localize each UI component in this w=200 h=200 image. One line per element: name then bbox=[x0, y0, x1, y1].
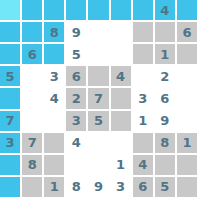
cell-r8c8[interactable] bbox=[177, 177, 197, 197]
cell-r6c8[interactable]: 1 bbox=[177, 133, 197, 153]
cell-r8c3[interactable]: 8 bbox=[66, 177, 86, 197]
cell-r0c6[interactable] bbox=[133, 0, 153, 20]
cell-r5c0[interactable]: 7 bbox=[0, 111, 20, 131]
cell-r3c4[interactable] bbox=[88, 66, 108, 86]
cell-r2c3[interactable]: 5 bbox=[66, 44, 86, 64]
cell-r5c1[interactable] bbox=[22, 111, 42, 131]
cell-r1c1[interactable] bbox=[22, 22, 42, 42]
cell-r7c7[interactable] bbox=[155, 155, 175, 175]
cell-r5c6[interactable]: 1 bbox=[133, 111, 153, 131]
cell-r3c1[interactable] bbox=[22, 66, 42, 86]
cell-r0c5[interactable] bbox=[111, 0, 131, 20]
cell-r6c2[interactable] bbox=[44, 133, 64, 153]
cell-r7c5[interactable]: 1 bbox=[111, 155, 131, 175]
cell-r4c0[interactable] bbox=[0, 88, 20, 108]
cell-r2c7[interactable]: 1 bbox=[155, 44, 175, 64]
cell-r6c1[interactable]: 7 bbox=[22, 133, 42, 153]
cell-r4c8[interactable] bbox=[177, 88, 197, 108]
cell-r4c5[interactable] bbox=[111, 88, 131, 108]
cell-r4c3[interactable]: 2 bbox=[66, 88, 86, 108]
cell-r8c0[interactable] bbox=[0, 177, 20, 197]
cell-r1c2[interactable]: 8 bbox=[44, 22, 64, 42]
cell-r5c2[interactable] bbox=[44, 111, 64, 131]
cell-r8c1[interactable] bbox=[22, 177, 42, 197]
cell-r8c7[interactable]: 5 bbox=[155, 177, 175, 197]
cell-r7c4[interactable] bbox=[88, 155, 108, 175]
cell-r7c2[interactable] bbox=[44, 155, 64, 175]
cell-r4c4[interactable]: 7 bbox=[88, 88, 108, 108]
cell-r2c4[interactable] bbox=[88, 44, 108, 64]
cell-r1c0[interactable] bbox=[0, 22, 20, 42]
cell-r3c8[interactable] bbox=[177, 66, 197, 86]
cell-r3c7[interactable]: 2 bbox=[155, 66, 175, 86]
cell-r1c6[interactable] bbox=[133, 22, 153, 42]
cell-r2c8[interactable] bbox=[177, 44, 197, 64]
cell-r6c6[interactable] bbox=[133, 133, 153, 153]
cell-r6c7[interactable]: 8 bbox=[155, 133, 175, 153]
cell-r1c3[interactable]: 9 bbox=[66, 22, 86, 42]
cell-r1c7[interactable] bbox=[155, 22, 175, 42]
cell-r2c5[interactable] bbox=[111, 44, 131, 64]
cell-r3c3[interactable]: 6 bbox=[66, 66, 86, 86]
cell-r3c6[interactable] bbox=[133, 66, 153, 86]
cell-r1c5[interactable] bbox=[111, 22, 131, 42]
cell-r5c4[interactable]: 5 bbox=[88, 111, 108, 131]
cell-r0c2[interactable] bbox=[44, 0, 64, 20]
cell-r3c2[interactable]: 3 bbox=[44, 66, 64, 86]
cell-r4c1[interactable] bbox=[22, 88, 42, 108]
cell-r5c3[interactable]: 3 bbox=[66, 111, 86, 131]
cell-r8c2[interactable]: 1 bbox=[44, 177, 64, 197]
cell-r0c4[interactable] bbox=[88, 0, 108, 20]
cell-r2c1[interactable]: 6 bbox=[22, 44, 42, 64]
cell-r5c5[interactable] bbox=[111, 111, 131, 131]
cell-r0c1[interactable] bbox=[22, 0, 42, 20]
sudoku-board: 489665153642427367351937481814189365 bbox=[0, 0, 200, 200]
cell-r4c7[interactable]: 6 bbox=[155, 88, 175, 108]
cell-r0c8[interactable] bbox=[177, 0, 197, 20]
cell-r2c6[interactable] bbox=[133, 44, 153, 64]
cell-r2c2[interactable] bbox=[44, 44, 64, 64]
cell-r4c6[interactable]: 3 bbox=[133, 88, 153, 108]
cell-r6c0[interactable]: 3 bbox=[0, 133, 20, 153]
cell-r7c3[interactable] bbox=[66, 155, 86, 175]
cell-r8c4[interactable]: 9 bbox=[88, 177, 108, 197]
cell-r8c5[interactable]: 3 bbox=[111, 177, 131, 197]
cell-r7c6[interactable]: 4 bbox=[133, 155, 153, 175]
cell-r5c7[interactable]: 9 bbox=[155, 111, 175, 131]
cell-r6c5[interactable] bbox=[111, 133, 131, 153]
cell-r3c5[interactable]: 4 bbox=[111, 66, 131, 86]
cell-r0c0[interactable] bbox=[0, 0, 20, 20]
cell-r7c8[interactable] bbox=[177, 155, 197, 175]
cell-r1c4[interactable] bbox=[88, 22, 108, 42]
cell-r0c7[interactable]: 4 bbox=[155, 0, 175, 20]
cell-r6c3[interactable]: 4 bbox=[66, 133, 86, 153]
cell-r0c3[interactable] bbox=[66, 0, 86, 20]
cell-r1c8[interactable]: 6 bbox=[177, 22, 197, 42]
cell-r7c1[interactable]: 8 bbox=[22, 155, 42, 175]
cell-r6c4[interactable] bbox=[88, 133, 108, 153]
cell-r3c0[interactable]: 5 bbox=[0, 66, 20, 86]
cell-r4c2[interactable]: 4 bbox=[44, 88, 64, 108]
cell-r8c6[interactable]: 6 bbox=[133, 177, 153, 197]
cell-r5c8[interactable] bbox=[177, 111, 197, 131]
cell-r7c0[interactable] bbox=[0, 155, 20, 175]
cell-r2c0[interactable] bbox=[0, 44, 20, 64]
